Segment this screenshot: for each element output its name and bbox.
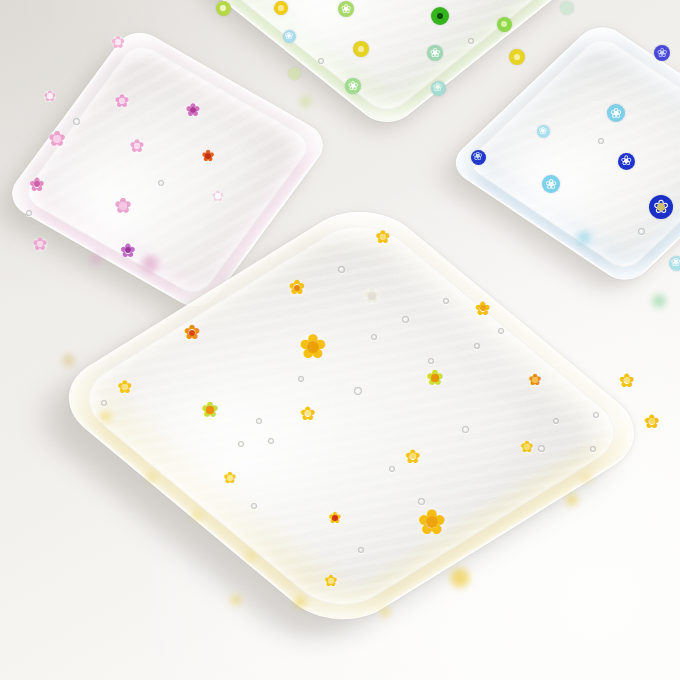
millefiori-smudge-dot [299,95,312,108]
plate-inner-field [463,33,680,273]
millefiori-center-dot [624,377,630,383]
millefiori-flower-dot: ✿ [618,371,636,389]
florette-pattern-icon: ❀ [671,257,680,269]
millefiori-smudge-dot [61,353,76,368]
florette-pattern-icon: ❀ [657,47,667,59]
millefiori-center-dot [514,54,520,60]
millefiori-smudge-dot [449,567,471,589]
millefiori-center-dot [47,93,52,98]
millefiori-flower-dot: ✿ [643,412,661,430]
photo-scene: ✿✿✿✿✿✿✿✿✿✿✿✿ ❀❀❀❀❀ ❀❀❀❀❀❀❀❀ ✿✿✿✿✿✿✿✿✿✿✿✿… [0,0,680,680]
millefiori-center-dot [649,418,655,424]
millefiori-smudge-dot [651,293,667,309]
millefiori-disc-dot: ❀ [669,256,680,271]
millefiori-disc-dot [509,49,525,65]
millefiori-flower-dot: ✿ [43,89,57,103]
millefiori-disc-dot [560,1,574,15]
